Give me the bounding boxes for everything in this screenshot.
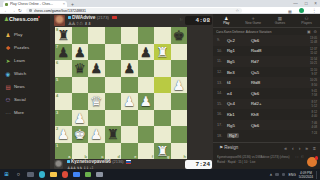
square-c3[interactable] [88, 110, 105, 127]
page-content: ♟Chess.com ♟Play❖Puzzles➤Learn◉Watch▤New… [0, 14, 320, 169]
rank-label: 6 [56, 60, 58, 65]
game-area: DWAdvive (2173) ♙♙ ♘♘ ♗♗ ⚐ 4:08 8♜♚7♟♟♟♜… [50, 14, 213, 169]
square-d4[interactable] [105, 93, 122, 110]
white-move[interactable]: Rg7 [227, 133, 239, 138]
black-move[interactable]: Rd7 [251, 59, 275, 64]
move-row: 12.Be3Qa511:109:37 [213, 67, 320, 78]
opening-row: Caro-Kann Defense: Advance Variation ▣ ⚙ [213, 29, 320, 35]
opponent-clock: 4:08 [185, 16, 212, 25]
file-label: f [152, 154, 153, 159]
panel-tab-players[interactable]: ⚇Players [293, 14, 320, 27]
player-country-flag-icon [126, 160, 131, 164]
back-icon[interactable]: ← [4, 8, 9, 13]
player-badge-icon [67, 160, 70, 163]
sidebar-item-play[interactable]: ♟Play [0, 28, 50, 41]
square-d5[interactable] [105, 77, 122, 94]
file-label: d [118, 154, 120, 159]
square-h7[interactable] [171, 44, 188, 61]
black-king[interactable]: ♚ [171, 27, 188, 44]
opponent-name[interactable]: DWAdvive (2173) [68, 15, 117, 20]
black-move[interactable]: Rad8 [251, 48, 275, 53]
square-a3[interactable]: 3 [55, 110, 72, 127]
task-view-icon[interactable] [27, 172, 34, 178]
player-bar: Kyznetsovpavel96 (2136) ♟♟♟ ♞♞ ♝♝ +1 7:2… [50, 159, 213, 169]
move-row: 14.e4Qb69:417:58 [213, 88, 320, 99]
browser-toolbar: ← → ↻ chess.com/game/live/137248831 ☆ ▦ … [0, 7, 320, 14]
start-button[interactable]: ⊞ [3, 171, 10, 178]
coach-button[interactable] [307, 157, 317, 167]
board-layout-icon[interactable]: ▣ [307, 29, 311, 34]
white-rook[interactable]: ♜ [154, 143, 171, 160]
move-row: 17.Rg5Qb67:464:08 [213, 120, 320, 131]
player-name[interactable]: Kyznetsovpavel96 (2136) [67, 159, 131, 164]
square-b3[interactable]: ♟ [72, 110, 89, 127]
chrome-icon[interactable] [62, 171, 69, 178]
tab-close-icon[interactable]: × [63, 2, 65, 6]
rank-label: 4 [56, 93, 58, 98]
black-move[interactable]: Rfd8 [251, 80, 275, 85]
play-icon: ♟ [5, 32, 11, 38]
move-row: 15.Qc4Rd2+8:575:12 [213, 99, 320, 110]
opening-name: Caro-Kann Defense: Advance Variation [216, 30, 298, 34]
square-c7[interactable] [88, 44, 105, 61]
opponent-bar: DWAdvive (2173) ♙♙ ♘♘ ♗♗ ⚐ 4:08 [50, 14, 213, 27]
white-pawn[interactable]: ♟ [138, 93, 155, 110]
bookmark-star-icon[interactable]: ☆ [235, 8, 239, 13]
sidebar-item-social[interactable]: ⚇Social [0, 93, 50, 106]
square-a5[interactable]: 5 [55, 77, 72, 94]
options-flag-icon[interactable]: ⚐ [301, 155, 304, 159]
sidebar-item-puzzles[interactable]: ❖Puzzles [0, 41, 50, 54]
square-c1[interactable]: c [88, 143, 105, 160]
square-b8[interactable] [72, 27, 89, 44]
white-move[interactable]: Be3 [227, 70, 251, 75]
site-lock-icon [29, 9, 32, 12]
white-move[interactable]: Qc2 [227, 38, 251, 43]
white-pawn[interactable]: ♟ [121, 93, 138, 110]
white-rook[interactable]: ♜ [154, 44, 171, 61]
reload-icon[interactable]: ↻ [18, 8, 22, 13]
square-e4[interactable]: ♟ [121, 93, 138, 110]
sidebar: ♟Chess.com ♟Play❖Puzzles➤Learn◉Watch▤New… [0, 14, 50, 169]
square-e2[interactable] [121, 126, 138, 143]
square-b6[interactable]: ♛ [72, 60, 89, 77]
file-label: b [85, 154, 87, 159]
square-f2[interactable] [138, 126, 155, 143]
game-info-format: Rated · Rapid · 15 | 10 · Live [217, 160, 301, 164]
rank-label: 3 [56, 110, 58, 115]
square-g3[interactable] [154, 110, 171, 127]
menu-button[interactable]: ≡ [313, 145, 316, 151]
sidebar-item-watch[interactable]: ◉Watch [0, 67, 50, 80]
white-move[interactable]: Rg5 [227, 123, 251, 128]
rank-label: 1 [56, 143, 58, 148]
tab-title: Play Chess Online - Ches... [10, 2, 61, 6]
square-g2[interactable] [154, 126, 171, 143]
black-move[interactable]: Qb6 [251, 38, 275, 43]
square-h3[interactable] [171, 110, 188, 127]
square-a1[interactable]: 1a [55, 143, 72, 160]
square-e5[interactable] [121, 77, 138, 94]
white-queen[interactable]: ♛ [88, 93, 105, 110]
square-f4[interactable]: ♟ [138, 93, 155, 110]
square-d2[interactable]: ♜ [105, 126, 122, 143]
square-f1[interactable]: f [138, 143, 155, 160]
player-rating: (2136) [112, 159, 124, 164]
news-icon: ▤ [5, 84, 11, 90]
window-minimize-button[interactable]: — [293, 0, 298, 7]
square-e7[interactable] [121, 44, 138, 61]
opponent-badge-icon [68, 16, 71, 19]
opponent-avatar[interactable] [54, 15, 65, 26]
square-a6[interactable]: 6 [55, 60, 72, 77]
white-king[interactable]: ♚ [72, 126, 89, 143]
white-move[interactable]: Qc4 [227, 101, 251, 106]
black-queen[interactable]: ♛ [72, 60, 89, 77]
store-icon[interactable] [73, 172, 80, 178]
volume-icon[interactable] [282, 173, 286, 177]
share-icon[interactable]: □ [296, 155, 298, 159]
chesscom-favicon-icon [5, 3, 8, 6]
opponent-country-flag-icon [112, 16, 117, 20]
square-e1[interactable]: e [121, 143, 138, 160]
focus-flag-icon[interactable]: ⚐ [179, 17, 183, 22]
square-h1[interactable]: h [171, 143, 188, 160]
player-avatar[interactable] [54, 160, 63, 169]
chess-board: 8♜♚7♟♟♟♜6♛♟♟5♟4♛♟♟3♟2♟♚♟♜1abcdefg♜h [55, 27, 187, 159]
wifi-icon[interactable] [275, 173, 279, 177]
white-move[interactable]: Bg5 [227, 59, 251, 64]
black-move[interactable]: Qb6 [251, 123, 275, 128]
black-pawn[interactable]: ♟ [121, 60, 138, 77]
square-h6[interactable] [171, 60, 188, 77]
move-row: 11.Bg5Rd711:5410:21 [213, 56, 320, 67]
coach-notification-dot [315, 156, 319, 160]
square-e8[interactable] [121, 27, 138, 44]
window-close-button[interactable]: × [314, 0, 317, 7]
square-c5[interactable] [88, 77, 105, 94]
language-indicator[interactable]: ENG [288, 173, 295, 177]
black-move[interactable]: Rd2+ [251, 101, 275, 106]
more-icon: ··· [5, 110, 11, 116]
white-move[interactable]: f4 [227, 80, 251, 85]
go-end-button[interactable]: » [305, 145, 308, 151]
square-h2[interactable] [171, 126, 188, 143]
black-pawn[interactable]: ♟ [55, 44, 72, 61]
white-move[interactable]: Kb1 [227, 112, 251, 117]
opponent-rating: (2173) [97, 15, 109, 20]
file-label: a [68, 154, 70, 159]
black-move[interactable]: Kh8 [251, 112, 275, 117]
panel-tab-play[interactable]: ♟Play [213, 14, 240, 27]
edge-icon[interactable] [39, 171, 46, 178]
square-c6[interactable]: ♟ [88, 60, 105, 77]
address-bar[interactable]: chess.com/game/live/137248831 ☆ [26, 8, 242, 13]
square-g4[interactable] [154, 93, 171, 110]
square-f7[interactable]: ♟ [138, 44, 155, 61]
learn-icon: ➤ [5, 58, 11, 64]
white-pawn[interactable]: ♟ [88, 126, 105, 143]
system-tray: ∧ ENG 4:09 PM 5/20/2024 [270, 169, 319, 180]
go-start-button[interactable]: « [284, 145, 287, 151]
square-a7[interactable]: 7♟ [55, 44, 72, 61]
square-c8[interactable] [88, 27, 105, 44]
forward-icon[interactable]: → [11, 8, 16, 13]
opponent-captured-pieces: ♙♙ ♘♘ ♗♗ [68, 21, 91, 26]
square-d1[interactable]: d [105, 143, 122, 160]
tray-clock[interactable]: 4:09 PM 5/20/2024 [299, 171, 313, 179]
square-e3[interactable] [121, 110, 138, 127]
square-a8[interactable]: 8♜ [55, 27, 72, 44]
move-row: 10.Rg1Rad812:3711:02 [213, 46, 320, 57]
file-label: c [101, 154, 103, 159]
square-d6[interactable] [105, 60, 122, 77]
watch-icon: ◉ [5, 71, 11, 77]
puzzles-icon: ❖ [5, 45, 11, 51]
sidebar-item-more[interactable]: ···More [0, 106, 50, 119]
square-h5[interactable]: ♟ [171, 77, 188, 94]
square-c2[interactable]: ♟ [88, 126, 105, 143]
square-d8[interactable] [105, 27, 122, 44]
square-g5[interactable] [154, 77, 171, 94]
square-b1[interactable]: b [72, 143, 89, 160]
sidebar-item-news[interactable]: ▤News [0, 80, 50, 93]
white-move[interactable]: e4 [227, 91, 251, 96]
forward-button[interactable]: › [299, 145, 301, 151]
black-rook[interactable]: ♜ [55, 27, 72, 44]
url-text: chess.com/game/live/137248831 [34, 9, 234, 13]
panel-tab-games[interactable]: ▦Games [267, 14, 294, 27]
game-info: Kyznetsovpavel96 (2136) vs DWAdvive (217… [213, 153, 320, 169]
chesscom-logo[interactable]: ♟Chess.com [4, 16, 40, 22]
white-pawn[interactable]: ♟ [72, 110, 89, 127]
black-pawn[interactable]: ♟ [72, 44, 89, 61]
square-b5[interactable] [72, 77, 89, 94]
square-f3[interactable] [138, 110, 155, 127]
game-info-players: Kyznetsovpavel96 (2136) vs DWAdvive (217… [217, 155, 301, 159]
square-b4[interactable] [72, 93, 89, 110]
square-g7[interactable]: ♜ [154, 44, 171, 61]
white-move[interactable]: Rg1 [227, 48, 251, 53]
square-f8[interactable] [138, 27, 155, 44]
square-g1[interactable]: g♜ [154, 143, 171, 160]
app-icon-green[interactable] [85, 172, 92, 178]
file-explorer-icon[interactable] [50, 172, 57, 178]
browser-menu-icon[interactable]: ⋮ [312, 8, 317, 13]
notification-dot [38, 16, 40, 18]
app-icon-gray[interactable] [96, 172, 103, 178]
panel-tab-new-game[interactable]: +New Game [240, 14, 267, 27]
move-row: 13.f4Rfd810:268:50 [213, 77, 320, 88]
square-h8[interactable]: ♚ [171, 27, 188, 44]
settings-gear-icon[interactable]: ⚙ [314, 29, 317, 34]
square-d7[interactable] [105, 44, 122, 61]
square-b7[interactable]: ♟ [72, 44, 89, 61]
black-rook[interactable]: ♜ [105, 126, 122, 143]
move-list: 9.Qc2Qb613:0511:4810.Rg1Rad812:3711:0211… [213, 35, 320, 141]
screen: Play Chess Online - Ches... × + — □ × ← … [0, 0, 320, 180]
white-pawn[interactable]: ♟ [55, 126, 72, 143]
black-pawn[interactable]: ♟ [88, 60, 105, 77]
black-move[interactable]: Qb6 [251, 91, 275, 96]
resign-flag-icon: ⚑ [219, 145, 223, 150]
white-pawn[interactable]: ♟ [171, 77, 188, 94]
file-label: e [134, 154, 136, 159]
game-controls-row: ⚑ Resign «‹›»≡ [213, 142, 320, 153]
square-e6[interactable]: ♟ [121, 60, 138, 77]
square-b2[interactable]: ♚ [72, 126, 89, 143]
move-row: 18.Rg77:24 [213, 130, 320, 141]
extensions-icon[interactable]: ▦ [288, 9, 292, 14]
player-clock: 7:24 [185, 160, 212, 169]
browser-tab-strip: Play Chess Online - Ches... × + — □ × [0, 0, 320, 7]
back-button[interactable]: ‹ [292, 145, 294, 151]
file-label: h [184, 154, 186, 159]
game-panel: ♟Play+New Game▦Games⚇Players Caro-Kann D… [213, 14, 320, 169]
browser-profile-avatar[interactable] [299, 8, 304, 13]
rank-label: 5 [56, 77, 58, 82]
square-h4[interactable] [171, 93, 188, 110]
window-maximize-button[interactable]: □ [305, 0, 308, 7]
black-pawn[interactable]: ♟ [138, 44, 155, 61]
tray-up-chevron-icon[interactable]: ∧ [270, 172, 273, 177]
square-g8[interactable] [154, 27, 171, 44]
square-f6[interactable] [138, 60, 155, 77]
square-g6[interactable] [154, 60, 171, 77]
sidebar-item-learn[interactable]: ➤Learn [0, 54, 50, 67]
search-icon[interactable]: ○ [15, 171, 22, 178]
square-c4[interactable]: ♛ [88, 93, 105, 110]
notification-center-icon[interactable] [316, 171, 319, 179]
move-row: 16.Kb1Kh88:124:40 [213, 109, 320, 120]
windows-taskbar: ⊞○ ∧ ENG 4:09 PM 5/20/2024 [0, 169, 320, 180]
move-row: 9.Qc2Qb613:0511:48 [213, 35, 320, 46]
square-f5[interactable] [138, 77, 155, 94]
square-a2[interactable]: 2♟ [55, 126, 72, 143]
black-move[interactable]: Qa5 [251, 70, 275, 75]
resign-button[interactable]: ⚑ Resign [219, 145, 238, 150]
square-a4[interactable]: 4 [55, 93, 72, 110]
square-d3[interactable] [105, 110, 122, 127]
social-icon: ⚇ [5, 97, 11, 103]
